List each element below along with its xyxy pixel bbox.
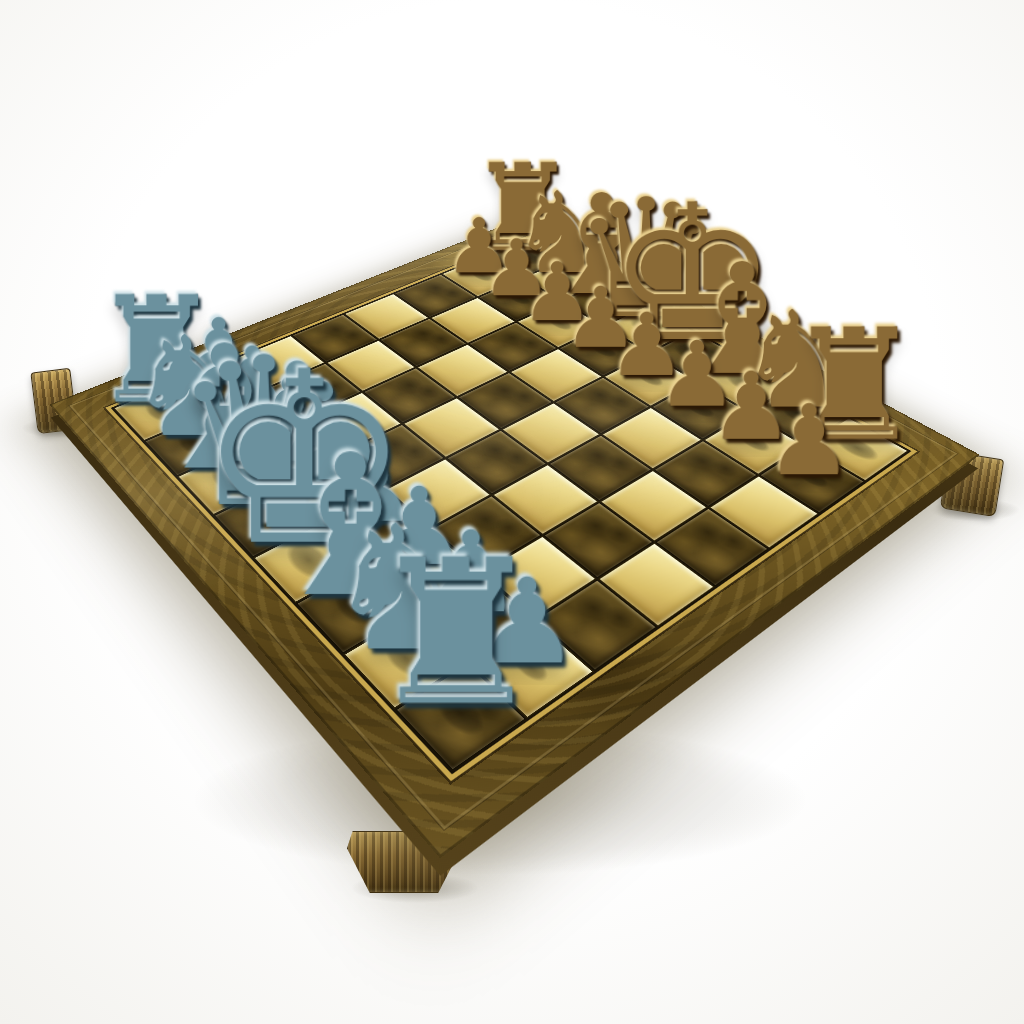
white-rook-h1[interactable]: ♜ <box>309 541 603 725</box>
square-h1[interactable]: ♜ <box>397 665 524 769</box>
product-photo-stage: ♜♞♝♛♚♝♞♜♟♟♟♟♟♟♟♟♟♟♟♟♟♟♟♟♜♞♝♛♚♝♞♜ <box>0 0 1024 1024</box>
chess-board: ♜♞♝♛♚♝♞♜♟♟♟♟♟♟♟♟♟♟♟♟♟♟♟♟♜♞♝♛♚♝♞♜ <box>49 214 980 858</box>
square-h7[interactable]: ♟ <box>761 447 864 513</box>
board-grid: ♜♞♝♛♚♝♞♜♟♟♟♟♟♟♟♟♟♟♟♟♟♟♟♟♜♞♝♛♚♝♞♜ <box>105 235 917 781</box>
black-pawn-h7[interactable]: ♟ <box>693 397 926 487</box>
